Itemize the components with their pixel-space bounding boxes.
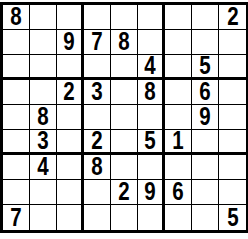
cell-r3c2[interactable] xyxy=(30,55,57,80)
cell-r1c6[interactable] xyxy=(138,5,165,30)
cell-r2c2[interactable] xyxy=(30,30,57,55)
cell-r5c3[interactable] xyxy=(57,105,84,130)
cell-r9c7[interactable] xyxy=(165,205,192,230)
sudoku-puzzle: 829784523868932514829675 xyxy=(0,0,248,233)
cell-r9c6[interactable] xyxy=(138,205,165,230)
cell-r9c5[interactable] xyxy=(111,205,138,230)
given-digit: 2 xyxy=(118,179,129,205)
given-digit: 9 xyxy=(199,104,210,130)
given-digit: 1 xyxy=(172,128,183,154)
cell-r6c3[interactable] xyxy=(57,130,84,155)
given-digit: 4 xyxy=(37,154,48,180)
cell-r8c1[interactable] xyxy=(3,180,30,205)
cell-r6c9[interactable] xyxy=(219,130,246,155)
cell-r2c3: 9 xyxy=(57,30,84,55)
given-digit: 5 xyxy=(199,53,210,79)
cell-r9c1: 7 xyxy=(3,205,30,230)
cell-r6c1[interactable] xyxy=(3,130,30,155)
cell-r9c3[interactable] xyxy=(57,205,84,230)
given-digit: 3 xyxy=(37,128,48,154)
cell-r5c1[interactable] xyxy=(3,105,30,130)
cell-r8c8[interactable] xyxy=(192,180,219,205)
cell-r7c2: 4 xyxy=(30,155,57,180)
given-digit: 5 xyxy=(227,205,238,231)
cell-r7c8[interactable] xyxy=(192,155,219,180)
given-digit: 8 xyxy=(10,4,21,30)
cell-r4c4: 3 xyxy=(84,80,111,105)
cell-r6c7: 1 xyxy=(165,130,192,155)
cell-r6c8[interactable] xyxy=(192,130,219,155)
cell-r5c9[interactable] xyxy=(219,105,246,130)
given-digit: 8 xyxy=(91,154,102,180)
cell-r4c6: 8 xyxy=(138,80,165,105)
cell-r1c2[interactable] xyxy=(30,5,57,30)
cell-r9c2[interactable] xyxy=(30,205,57,230)
cell-r2c7[interactable] xyxy=(165,30,192,55)
sudoku-board: 829784523868932514829675 xyxy=(0,2,248,233)
cell-r3c1[interactable] xyxy=(3,55,30,80)
cell-r8c7: 6 xyxy=(165,180,192,205)
given-digit: 6 xyxy=(172,179,183,205)
given-digit: 3 xyxy=(91,79,102,105)
cell-r1c9: 2 xyxy=(219,5,246,30)
given-digit: 7 xyxy=(91,29,102,55)
cell-r4c9[interactable] xyxy=(219,80,246,105)
cell-r9c8[interactable] xyxy=(192,205,219,230)
given-digit: 2 xyxy=(91,128,102,154)
cell-r7c1[interactable] xyxy=(3,155,30,180)
cell-r4c5[interactable] xyxy=(111,80,138,105)
given-digit: 4 xyxy=(144,53,155,79)
cell-r1c7[interactable] xyxy=(165,5,192,30)
cell-r9c9: 5 xyxy=(219,205,246,230)
given-digit: 8 xyxy=(144,79,155,105)
cell-r2c5: 8 xyxy=(111,30,138,55)
cell-r2c4: 7 xyxy=(84,30,111,55)
cell-r3c7[interactable] xyxy=(165,55,192,80)
cell-r8c5: 2 xyxy=(111,180,138,205)
cell-r8c6: 9 xyxy=(138,180,165,205)
cell-r5c5[interactable] xyxy=(111,105,138,130)
cell-r7c4: 8 xyxy=(84,155,111,180)
cell-r8c4[interactable] xyxy=(84,180,111,205)
cell-r7c9[interactable] xyxy=(219,155,246,180)
given-digit: 9 xyxy=(144,179,155,205)
given-digit: 2 xyxy=(63,79,74,105)
given-digit: 9 xyxy=(63,29,74,55)
cell-r1c1: 8 xyxy=(3,5,30,30)
cell-r9c4[interactable] xyxy=(84,205,111,230)
cell-r6c6: 5 xyxy=(138,130,165,155)
cell-r5c8: 9 xyxy=(192,105,219,130)
cell-r4c3: 2 xyxy=(57,80,84,105)
cell-r4c1[interactable] xyxy=(3,80,30,105)
cell-r3c9[interactable] xyxy=(219,55,246,80)
cell-r2c9[interactable] xyxy=(219,30,246,55)
cell-r1c8[interactable] xyxy=(192,5,219,30)
given-digit: 2 xyxy=(227,4,238,30)
cell-r2c1[interactable] xyxy=(3,30,30,55)
cell-r8c3[interactable] xyxy=(57,180,84,205)
cell-r4c7[interactable] xyxy=(165,80,192,105)
cell-r8c9[interactable] xyxy=(219,180,246,205)
cell-r6c5[interactable] xyxy=(111,130,138,155)
given-digit: 5 xyxy=(144,128,155,154)
given-digit: 7 xyxy=(10,205,21,231)
cell-r7c3[interactable] xyxy=(57,155,84,180)
given-digit: 8 xyxy=(118,29,129,55)
cell-r8c2[interactable] xyxy=(30,180,57,205)
cell-r3c5[interactable] xyxy=(111,55,138,80)
